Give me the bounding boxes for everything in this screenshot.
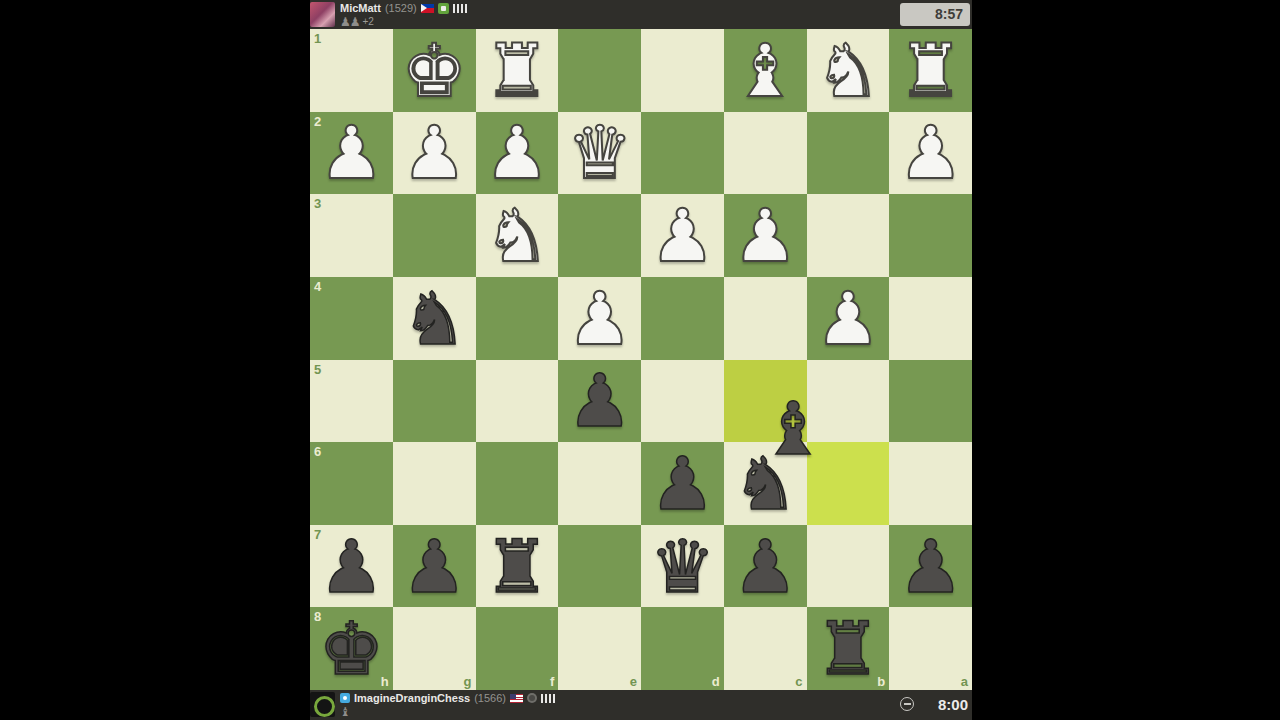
square-g8[interactable]: g [393, 607, 476, 690]
square-h5[interactable]: 5 [310, 360, 393, 443]
square-a3[interactable] [889, 194, 972, 277]
piece-black-P-a7[interactable]: ♟ [889, 525, 972, 608]
square-e5[interactable]: ♟ [558, 360, 641, 443]
square-d2[interactable] [641, 112, 724, 195]
square-f4[interactable] [476, 277, 559, 360]
piece-black-P-c7[interactable]: ♟ [724, 525, 807, 608]
square-d3[interactable]: ♟ [641, 194, 724, 277]
file-label-d: d [712, 674, 720, 689]
square-d4[interactable] [641, 277, 724, 360]
square-a1[interactable]: ♜ [889, 29, 972, 112]
square-a4[interactable] [889, 277, 972, 360]
square-h3[interactable]: 3 [310, 194, 393, 277]
square-e2[interactable]: ♛ [558, 112, 641, 195]
file-label-a: a [961, 674, 968, 689]
square-g6[interactable] [393, 442, 476, 525]
top-player-rating: (1529) [385, 2, 417, 14]
square-c1[interactable]: ♝ [724, 29, 807, 112]
animating-black-bishop-piece[interactable]: ♝ [752, 387, 835, 470]
us-flag-icon [510, 694, 523, 703]
bottom-player-clock: 8:00 [938, 695, 968, 715]
green-badge-icon [438, 3, 449, 14]
piece-black-R-b8[interactable]: ♜ [807, 607, 890, 690]
square-a7[interactable]: ♟ [889, 525, 972, 608]
clock-paused-icon [900, 697, 914, 711]
piece-black-P-h7[interactable]: ♟ [310, 525, 393, 608]
bottom-player-name[interactable]: ImagineDranginChess [354, 692, 470, 704]
square-h4[interactable]: 4 [310, 277, 393, 360]
top-player-bar: MicMatt (1529) ♟♟ +2 8:57 [310, 0, 972, 29]
connection-bars-icon [453, 4, 467, 13]
square-b1[interactable]: ♞ [807, 29, 890, 112]
piece-white-P-a2[interactable]: ♟ [889, 112, 972, 195]
piece-white-P-c3[interactable]: ♟ [724, 194, 807, 277]
square-f8[interactable]: f [476, 607, 559, 690]
bottom-captured-pieces: ♝ [340, 706, 350, 718]
square-f2[interactable]: ♟ [476, 112, 559, 195]
piece-black-Q-d7[interactable]: ♛ [641, 525, 724, 608]
square-h1[interactable]: 1 [310, 29, 393, 112]
file-label-e: e [630, 674, 637, 689]
top-player-clock: 8:57 [900, 3, 970, 26]
chess-board[interactable]: 1♚♜♝♞♜2♟♟♟♛♟3♞♟♟4♞♟♟5♟6♟♞7♟♟♜♛♟♟8h♚gfedc… [310, 29, 972, 690]
square-c2[interactable] [724, 112, 807, 195]
square-e7[interactable] [558, 525, 641, 608]
square-d8[interactable]: d [641, 607, 724, 690]
square-f1[interactable]: ♜ [476, 29, 559, 112]
square-c3[interactable]: ♟ [724, 194, 807, 277]
square-f5[interactable] [476, 360, 559, 443]
top-player-avatar[interactable] [310, 2, 335, 27]
piece-white-N-b1[interactable]: ♞ [807, 29, 890, 112]
rank-label-1: 1 [314, 31, 321, 46]
square-a8[interactable]: a [889, 607, 972, 690]
bottom-player-info: ImagineDranginChess (1566) ♝ [340, 691, 555, 718]
top-material-advantage: +2 [363, 16, 374, 27]
blue-badge-icon [340, 693, 350, 703]
piece-black-P-d6[interactable]: ♟ [641, 442, 724, 525]
piece-white-N-f3[interactable]: ♞ [476, 194, 559, 277]
square-e1[interactable] [558, 29, 641, 112]
square-g5[interactable] [393, 360, 476, 443]
square-b4[interactable]: ♟ [807, 277, 890, 360]
square-e4[interactable]: ♟ [558, 277, 641, 360]
square-g7[interactable]: ♟ [393, 525, 476, 608]
piece-white-P-d3[interactable]: ♟ [641, 194, 724, 277]
piece-black-P-e5[interactable]: ♟ [558, 360, 641, 443]
square-c8[interactable]: c [724, 607, 807, 690]
piece-black-R-f7[interactable]: ♜ [476, 525, 559, 608]
square-a6[interactable] [889, 442, 972, 525]
file-label-g: g [464, 674, 472, 689]
piece-white-R-f1[interactable]: ♜ [476, 29, 559, 112]
square-b3[interactable] [807, 194, 890, 277]
piece-white-B-c1[interactable]: ♝ [724, 29, 807, 112]
square-f6[interactable] [476, 442, 559, 525]
top-player-name[interactable]: MicMatt [340, 2, 381, 14]
file-label-f: f [550, 674, 554, 689]
square-f7[interactable]: ♜ [476, 525, 559, 608]
piece-white-R-a1[interactable]: ♜ [889, 29, 972, 112]
square-d6[interactable]: ♟ [641, 442, 724, 525]
bottom-player-avatar[interactable] [310, 692, 335, 717]
square-a5[interactable] [889, 360, 972, 443]
screen-frame: MicMatt (1529) ♟♟ +2 8:57 1♚♜♝♞♜2♟♟♟♛♟3♞… [0, 0, 1280, 720]
square-g4[interactable]: ♞ [393, 277, 476, 360]
square-c4[interactable] [724, 277, 807, 360]
square-b7[interactable] [807, 525, 890, 608]
square-b2[interactable] [807, 112, 890, 195]
square-e6[interactable] [558, 442, 641, 525]
bottom-player-bar: ImagineDranginChess (1566) ♝ 8:00 [310, 690, 972, 720]
piece-white-P-h2[interactable]: ♟ [310, 112, 393, 195]
philippines-flag-icon [421, 4, 434, 13]
avatar-logo-icon [314, 696, 335, 717]
piece-black-K-h8[interactable]: ♚ [310, 607, 393, 690]
rank-label-6: 6 [314, 444, 321, 459]
piece-white-P-b4[interactable]: ♟ [807, 277, 890, 360]
square-g1[interactable]: ♚ [393, 29, 476, 112]
piece-white-P-g2[interactable]: ♟ [393, 112, 476, 195]
file-label-c: c [795, 674, 802, 689]
square-d7[interactable]: ♛ [641, 525, 724, 608]
piece-black-P-g7[interactable]: ♟ [393, 525, 476, 608]
top-captured-pieces: ♟♟ [340, 16, 360, 28]
piece-white-P-e4[interactable]: ♟ [558, 277, 641, 360]
square-a2[interactable]: ♟ [889, 112, 972, 195]
square-b8[interactable]: b♜ [807, 607, 890, 690]
piece-white-P-f2[interactable]: ♟ [476, 112, 559, 195]
square-g3[interactable] [393, 194, 476, 277]
connection-bars-icon [541, 694, 555, 703]
square-h7[interactable]: 7♟ [310, 525, 393, 608]
bottom-player-rating: (1566) [474, 692, 506, 704]
square-d1[interactable] [641, 29, 724, 112]
rank-label-4: 4 [314, 279, 321, 294]
square-f3[interactable]: ♞ [476, 194, 559, 277]
rank-label-5: 5 [314, 362, 321, 377]
square-e3[interactable] [558, 194, 641, 277]
square-c7[interactable]: ♟ [724, 525, 807, 608]
game-stage: MicMatt (1529) ♟♟ +2 8:57 1♚♜♝♞♜2♟♟♟♛♟3♞… [310, 0, 972, 720]
top-player-info: MicMatt (1529) ♟♟ +2 [340, 1, 467, 28]
square-e8[interactable]: e [558, 607, 641, 690]
piece-black-N-g4[interactable]: ♞ [393, 277, 476, 360]
square-g2[interactable]: ♟ [393, 112, 476, 195]
square-h6[interactable]: 6 [310, 442, 393, 525]
square-h2[interactable]: 2♟ [310, 112, 393, 195]
piece-white-Q-e2[interactable]: ♛ [558, 112, 641, 195]
gray-badge-icon [527, 693, 537, 703]
square-h8[interactable]: 8h♚ [310, 607, 393, 690]
rank-label-3: 3 [314, 196, 321, 211]
square-d5[interactable] [641, 360, 724, 443]
piece-white-K-g1[interactable]: ♚ [393, 29, 476, 112]
